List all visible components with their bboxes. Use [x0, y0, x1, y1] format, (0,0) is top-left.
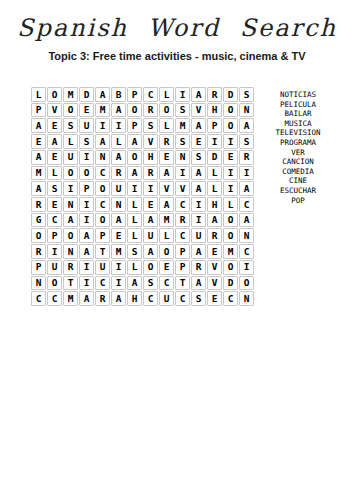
grid-cell[interactable]: O: [223, 213, 238, 228]
grid-cell[interactable]: I: [223, 134, 238, 149]
grid-cell[interactable]: U: [95, 260, 110, 275]
grid-cell[interactable]: N: [239, 291, 254, 306]
grid-cell[interactable]: N: [63, 244, 78, 259]
grid-cell[interactable]: V: [207, 276, 222, 291]
grid-cell[interactable]: C: [239, 244, 254, 259]
grid-cell[interactable]: D: [223, 87, 238, 102]
grid-cell[interactable]: O: [31, 228, 46, 243]
grid-cell[interactable]: I: [143, 181, 158, 196]
word-list-item: CINE: [261, 176, 335, 186]
grid-cell[interactable]: P: [175, 244, 190, 259]
grid-cell[interactable]: A: [63, 213, 78, 228]
grid-cell[interactable]: S: [239, 87, 254, 102]
grid-cell[interactable]: I: [191, 213, 206, 228]
grid-cell[interactable]: M: [63, 291, 78, 306]
grid-cell[interactable]: I: [63, 181, 78, 196]
grid-cell[interactable]: A: [127, 166, 142, 181]
grid-cell[interactable]: A: [239, 213, 254, 228]
grid-cell[interactable]: E: [47, 197, 62, 212]
grid-cell[interactable]: E: [223, 150, 238, 165]
grid-cell[interactable]: L: [127, 228, 142, 243]
word-list-item: ESCUCHAR: [261, 186, 335, 196]
grid-cell[interactable]: E: [159, 150, 174, 165]
grid-cell[interactable]: O: [159, 244, 174, 259]
grid-cell[interactable]: R: [191, 260, 206, 275]
grid-cell[interactable]: A: [79, 244, 94, 259]
grid-cell[interactable]: V: [159, 181, 174, 196]
grid-cell[interactable]: A: [111, 291, 126, 306]
grid-cell[interactable]: A: [207, 213, 222, 228]
grid-cell[interactable]: A: [111, 150, 126, 165]
grid-cell[interactable]: A: [191, 276, 206, 291]
grid-cell[interactable]: I: [79, 276, 94, 291]
grid-cell[interactable]: I: [95, 118, 110, 133]
grid-cell[interactable]: C: [47, 213, 62, 228]
grid-cell[interactable]: C: [95, 166, 110, 181]
grid-cell[interactable]: D: [223, 276, 238, 291]
page-subtitle: Topic 3: Free time activities - music, c…: [0, 50, 354, 62]
grid-cell[interactable]: I: [111, 118, 126, 133]
word-list-item: BAILAR: [261, 109, 335, 119]
grid-cell[interactable]: S: [175, 103, 190, 118]
grid-cell[interactable]: P: [127, 118, 142, 133]
grid-cell[interactable]: E: [111, 228, 126, 243]
grid-cell[interactable]: E: [207, 244, 222, 259]
grid-cell[interactable]: E: [191, 134, 206, 149]
grid-cell[interactable]: C: [47, 291, 62, 306]
grid-cell[interactable]: A: [191, 118, 206, 133]
grid-cell[interactable]: E: [31, 134, 46, 149]
grid-cell[interactable]: P: [31, 260, 46, 275]
grid-cell[interactable]: O: [47, 87, 62, 102]
grid-cell[interactable]: M: [95, 103, 110, 118]
grid-cell[interactable]: D: [79, 87, 94, 102]
grid-cell[interactable]: C: [143, 87, 158, 102]
grid-cell[interactable]: I: [79, 197, 94, 212]
grid-cell[interactable]: I: [79, 150, 94, 165]
grid-cell[interactable]: L: [127, 197, 142, 212]
grid-cell[interactable]: A: [143, 244, 158, 259]
grid-cell[interactable]: V: [175, 181, 190, 196]
grid-cell[interactable]: R: [239, 150, 254, 165]
grid-cell[interactable]: I: [191, 197, 206, 212]
grid-cell[interactable]: U: [79, 118, 94, 133]
grid-cell[interactable]: P: [95, 228, 110, 243]
grid-cell[interactable]: R: [31, 197, 46, 212]
grid-cell[interactable]: O: [143, 260, 158, 275]
grid-cell[interactable]: I: [79, 260, 94, 275]
grid-cell[interactable]: M: [223, 244, 238, 259]
grid-cell[interactable]: R: [159, 134, 174, 149]
grid-cell[interactable]: E: [143, 197, 158, 212]
grid-cell[interactable]: N: [63, 197, 78, 212]
grid-cell[interactable]: S: [47, 181, 62, 196]
grid-cell[interactable]: L: [47, 166, 62, 181]
grid-cell[interactable]: E: [207, 291, 222, 306]
grid-cell[interactable]: R: [111, 166, 126, 181]
grid-cell[interactable]: I: [127, 181, 142, 196]
grid-cell[interactable]: A: [159, 166, 174, 181]
grid-cell[interactable]: A: [143, 213, 158, 228]
grid-cell[interactable]: P: [31, 103, 46, 118]
word-list-item: MUSICA: [261, 119, 335, 129]
grid-cell[interactable]: R: [207, 228, 222, 243]
word-list: NOTICIASPELICULABAILARMUSICATELEVISIONPR…: [261, 90, 335, 205]
grid-cell[interactable]: E: [47, 150, 62, 165]
grid-cell[interactable]: H: [207, 197, 222, 212]
grid-cell[interactable]: A: [191, 244, 206, 259]
grid-cell[interactable]: T: [63, 276, 78, 291]
grid-cell[interactable]: A: [31, 181, 46, 196]
grid-cell[interactable]: N: [95, 150, 110, 165]
grid-cell[interactable]: H: [207, 103, 222, 118]
grid-cell[interactable]: A: [111, 103, 126, 118]
grid-cell[interactable]: O: [63, 166, 78, 181]
grid-cell[interactable]: O: [223, 103, 238, 118]
grid-cell[interactable]: N: [111, 197, 126, 212]
grid-cell[interactable]: U: [159, 291, 174, 306]
grid-cell[interactable]: A: [191, 181, 206, 196]
grid-cell[interactable]: E: [159, 260, 174, 275]
grid-cell[interactable]: H: [127, 291, 142, 306]
grid-cell[interactable]: A: [79, 291, 94, 306]
grid-cell[interactable]: A: [111, 213, 126, 228]
grid-cell[interactable]: C: [159, 276, 174, 291]
grid-cell[interactable]: O: [239, 276, 254, 291]
grid-cell[interactable]: T: [175, 276, 190, 291]
grid-cell[interactable]: M: [63, 87, 78, 102]
grid-cell[interactable]: I: [239, 166, 254, 181]
grid-cell[interactable]: U: [111, 181, 126, 196]
grid-cell[interactable]: V: [207, 260, 222, 275]
grid-cell[interactable]: O: [63, 103, 78, 118]
grid-cell[interactable]: V: [143, 134, 158, 149]
grid-cell[interactable]: O: [79, 166, 94, 181]
grid-cell[interactable]: L: [127, 213, 142, 228]
grid-cell[interactable]: O: [223, 118, 238, 133]
word-list-item: COMEDIA: [261, 167, 335, 177]
grid-cell[interactable]: A: [95, 134, 110, 149]
word-list-item: PELICULA: [261, 100, 335, 110]
grid-cell[interactable]: O: [95, 181, 110, 196]
grid-cell[interactable]: I: [223, 166, 238, 181]
grid-cell[interactable]: L: [223, 197, 238, 212]
grid-cell[interactable]: U: [191, 228, 206, 243]
grid-cell[interactable]: E: [47, 118, 62, 133]
grid-cell[interactable]: A: [31, 150, 46, 165]
grid-cell[interactable]: R: [31, 244, 46, 259]
grid-cell[interactable]: S: [175, 134, 190, 149]
grid-cell[interactable]: C: [175, 197, 190, 212]
grid-cell[interactable]: C: [31, 291, 46, 306]
grid-cell[interactable]: N: [175, 150, 190, 165]
grid-cell[interactable]: O: [127, 103, 142, 118]
grid-cell[interactable]: N: [31, 276, 46, 291]
grid-cell[interactable]: S: [143, 276, 158, 291]
grid-cell[interactable]: V: [191, 103, 206, 118]
grid-cell[interactable]: M: [111, 244, 126, 259]
grid-cell[interactable]: P: [207, 118, 222, 133]
grid-cell[interactable]: O: [159, 103, 174, 118]
grid-cell[interactable]: C: [95, 276, 110, 291]
grid-cell[interactable]: R: [63, 260, 78, 275]
grid-cell[interactable]: I: [239, 260, 254, 275]
grid-cell[interactable]: P: [175, 260, 190, 275]
grid-cell[interactable]: I: [111, 260, 126, 275]
grid-cell[interactable]: A: [95, 87, 110, 102]
grid-cell[interactable]: V: [47, 103, 62, 118]
grid-cell[interactable]: A: [159, 197, 174, 212]
word-list-item: VER: [261, 148, 335, 158]
grid-cell[interactable]: S: [127, 244, 142, 259]
grid-cell[interactable]: A: [191, 166, 206, 181]
grid-cell[interactable]: U: [143, 228, 158, 243]
grid-cell[interactable]: U: [47, 260, 62, 275]
grid-cell[interactable]: N: [239, 228, 254, 243]
grid-cell[interactable]: O: [223, 260, 238, 275]
grid-cell[interactable]: R: [143, 166, 158, 181]
grid-cell[interactable]: S: [143, 118, 158, 133]
grid-cell[interactable]: L: [159, 228, 174, 243]
grid-cell[interactable]: L: [31, 87, 46, 102]
grid-cell[interactable]: S: [191, 291, 206, 306]
grid-cell[interactable]: O: [47, 276, 62, 291]
grid-cell[interactable]: A: [127, 276, 142, 291]
grid-cell[interactable]: H: [143, 150, 158, 165]
grid-cell[interactable]: S: [191, 150, 206, 165]
grid-cell[interactable]: A: [191, 87, 206, 102]
grid-cell[interactable]: O: [223, 228, 238, 243]
grid-cell[interactable]: C: [95, 197, 110, 212]
grid-cell[interactable]: R: [175, 213, 190, 228]
grid-cell[interactable]: C: [223, 291, 238, 306]
grid-cell[interactable]: E: [79, 103, 94, 118]
word-search-grid: LOMDABPCLIARDSPVOEMAOROSVHONAESUIIPSLMAP…: [31, 87, 254, 306]
grid-cell[interactable]: A: [47, 134, 62, 149]
word-list-item: POP: [261, 196, 335, 206]
grid-cell[interactable]: M: [159, 213, 174, 228]
grid-cell[interactable]: S: [239, 134, 254, 149]
grid-cell[interactable]: C: [143, 291, 158, 306]
grid-cell[interactable]: I: [111, 276, 126, 291]
page-title: Spanish Word Search: [0, 14, 354, 42]
grid-cell[interactable]: M: [31, 166, 46, 181]
grid-cell[interactable]: P: [47, 228, 62, 243]
grid-cell[interactable]: S: [79, 134, 94, 149]
grid-cell[interactable]: A: [79, 228, 94, 243]
grid-cell[interactable]: C: [175, 291, 190, 306]
grid-cell[interactable]: A: [31, 118, 46, 133]
word-list-item: NOTICIAS: [261, 90, 335, 100]
grid-cell[interactable]: I: [223, 181, 238, 196]
grid-cell[interactable]: R: [95, 291, 110, 306]
grid-cell[interactable]: B: [111, 87, 126, 102]
grid-cell[interactable]: D: [207, 150, 222, 165]
grid-cell[interactable]: I: [175, 166, 190, 181]
grid-cell[interactable]: R: [207, 87, 222, 102]
grid-cell[interactable]: I: [207, 134, 222, 149]
grid-cell[interactable]: L: [207, 166, 222, 181]
grid-cell[interactable]: I: [175, 87, 190, 102]
grid-cell[interactable]: R: [143, 103, 158, 118]
grid-cell[interactable]: I: [47, 244, 62, 259]
grid-cell[interactable]: A: [239, 181, 254, 196]
grid-cell[interactable]: C: [239, 197, 254, 212]
grid-cell[interactable]: M: [175, 118, 190, 133]
grid-cell[interactable]: O: [127, 150, 142, 165]
grid-cell[interactable]: L: [207, 181, 222, 196]
grid-cell[interactable]: L: [159, 118, 174, 133]
grid-cell[interactable]: I: [79, 213, 94, 228]
grid-cell[interactable]: P: [127, 87, 142, 102]
word-list-item: TELEVISION: [261, 128, 335, 138]
grid-cell[interactable]: A: [127, 134, 142, 149]
grid-cell[interactable]: U: [63, 150, 78, 165]
grid-cell[interactable]: G: [31, 213, 46, 228]
grid-cell[interactable]: S: [63, 118, 78, 133]
grid-cell[interactable]: O: [95, 213, 110, 228]
grid-cell[interactable]: N: [239, 103, 254, 118]
grid-cell[interactable]: L: [63, 134, 78, 149]
grid-cell[interactable]: L: [111, 134, 126, 149]
grid-cell[interactable]: L: [159, 87, 174, 102]
grid-cell[interactable]: O: [63, 228, 78, 243]
grid-cell[interactable]: A: [239, 118, 254, 133]
word-list-item: PROGRAMA: [261, 138, 335, 148]
grid-cell[interactable]: T: [95, 244, 110, 259]
grid-cell[interactable]: P: [79, 181, 94, 196]
grid-cell[interactable]: C: [175, 228, 190, 243]
word-list-item: CANCION: [261, 157, 335, 167]
grid-cell[interactable]: L: [127, 260, 142, 275]
